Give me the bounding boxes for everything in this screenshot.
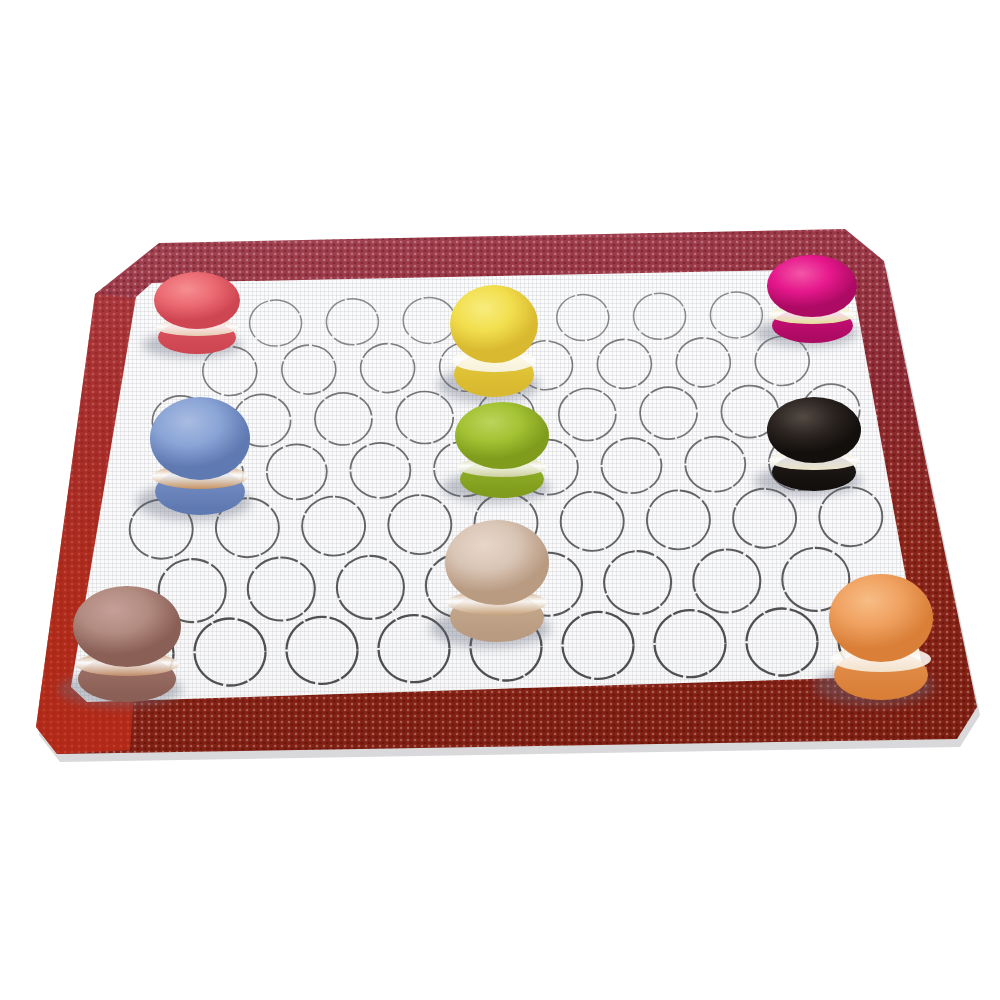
circle-guide-r4c3 [350,443,410,498]
circle-guide-r3c7 [640,387,697,439]
circle-guide-r4c2 [267,444,327,499]
circle-guide-r6c3 [337,556,404,619]
circle-guide-r4c7 [685,437,745,492]
macaron-yellow-top-shell [450,285,538,363]
circle-guide-r5c9 [819,487,882,546]
macaron-orange-top-shell [829,574,933,662]
circle-guide-r1c2 [250,300,302,346]
macaron-brown-top-shell [73,586,181,667]
circle-guide-r1c3 [326,299,378,345]
circle-guide-r3c6 [559,389,616,441]
macaron-magenta [767,255,857,343]
macaron-blue-top-shell [150,397,250,480]
circle-guide-r5c3 [302,497,365,556]
circle-guide-r7c6 [563,612,634,679]
macaron-beige-top-shell [445,520,549,605]
circle-guide-r5c4 [388,495,451,554]
circle-guide-r1c7 [634,293,686,339]
macaron-pink-top-shell [154,272,240,329]
circle-guide-r1c4 [403,297,455,343]
circle-guide-r3c4 [396,392,453,444]
macaron-blue [150,397,250,515]
baking-mat-photo [0,0,1000,1000]
macaron-green-top-shell [455,402,549,469]
circle-guide-r7c8 [747,609,818,676]
circle-guide-r5c7 [647,490,710,549]
circle-guide-r5c8 [733,489,796,548]
circle-guide-r7c3 [287,617,358,684]
macaron-beige [445,520,549,642]
circle-guide-r6c7 [693,550,760,613]
circle-guide-r4c6 [602,438,662,493]
circle-guide-r7c7 [655,610,726,677]
circle-guide-r1c6 [557,295,609,341]
circle-guide-r6c2 [248,558,315,621]
macaron-green [455,402,549,498]
circle-guide-r2c7 [676,338,730,387]
circle-guide-r2c2 [282,345,336,394]
circle-guide-r7c2 [195,619,266,686]
macaron-orange [829,574,933,700]
circle-guide-r2c3 [361,344,415,393]
macaron-black [767,397,861,491]
macaron-magenta-top-shell [767,255,857,317]
macaron-yellow [450,285,538,397]
macaron-pink [154,272,240,354]
macaron-brown [73,586,181,702]
circle-guide-r6c6 [604,551,671,614]
circle-guide-r3c3 [315,393,372,445]
circle-guide-r5c6 [561,492,624,551]
macaron-black-top-shell [767,397,861,463]
circle-guide-r2c6 [597,339,651,388]
